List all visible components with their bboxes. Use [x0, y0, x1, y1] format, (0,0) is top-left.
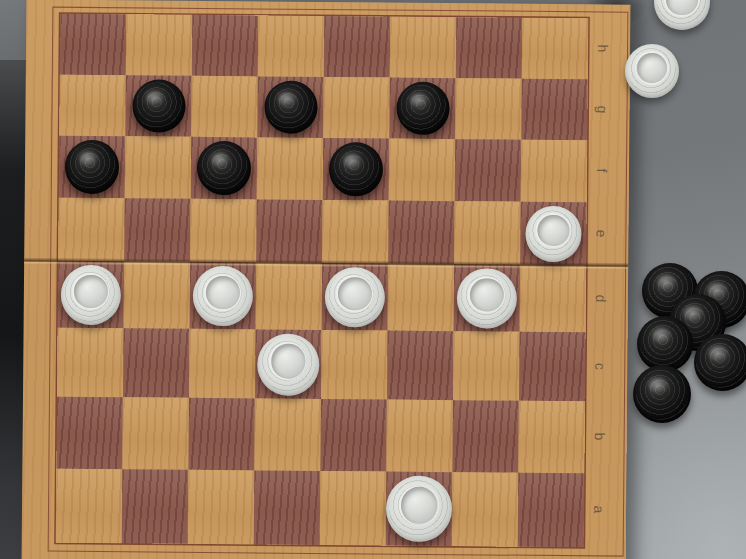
- square-h3[interactable]: [390, 17, 457, 79]
- square-b2[interactable]: [452, 400, 519, 473]
- square-f6[interactable]: [191, 137, 258, 200]
- white-checker[interactable]: [61, 264, 122, 325]
- rank-label-g: g: [594, 94, 610, 124]
- square-c1[interactable]: [519, 332, 586, 402]
- square-b1[interactable]: [518, 401, 585, 474]
- square-h1[interactable]: [522, 18, 589, 80]
- black-checker[interactable]: [264, 80, 317, 133]
- square-e4[interactable]: [322, 200, 389, 264]
- square-h6[interactable]: [192, 15, 259, 77]
- black-checker[interactable]: [65, 140, 119, 194]
- off-board-white-checker[interactable]: [654, 0, 710, 30]
- square-g7[interactable]: [125, 75, 192, 137]
- square-c6[interactable]: [189, 329, 256, 399]
- off-board-black-checker[interactable]: [637, 316, 693, 372]
- square-a3[interactable]: [386, 472, 453, 547]
- square-d6[interactable]: [190, 262, 257, 330]
- square-f3[interactable]: [389, 139, 456, 202]
- square-a2[interactable]: [452, 472, 519, 547]
- white-checker[interactable]: [457, 268, 518, 329]
- square-d8[interactable]: [58, 261, 125, 329]
- white-checker[interactable]: [386, 476, 453, 543]
- square-c3[interactable]: [387, 331, 454, 401]
- square-h5[interactable]: [258, 15, 325, 77]
- rank-label-d: d: [593, 283, 609, 313]
- black-checker[interactable]: [329, 142, 383, 196]
- white-checker[interactable]: [193, 265, 254, 326]
- square-f2[interactable]: [455, 139, 522, 202]
- square-b7[interactable]: [122, 397, 189, 470]
- square-b8[interactable]: [56, 397, 123, 470]
- square-g4[interactable]: [323, 77, 390, 139]
- square-a6[interactable]: [188, 470, 255, 545]
- square-c5[interactable]: [255, 329, 322, 399]
- square-g1[interactable]: [521, 79, 588, 141]
- square-d7[interactable]: [124, 261, 191, 329]
- off-board-white-checker[interactable]: [625, 44, 679, 98]
- board-grid: [56, 14, 589, 548]
- square-c2[interactable]: [453, 331, 520, 401]
- rank-labels: hgfedcba: [584, 18, 619, 547]
- square-e2[interactable]: [454, 201, 521, 265]
- rank-label-c: c: [592, 351, 608, 381]
- square-b6[interactable]: [188, 398, 255, 471]
- square-c4[interactable]: [321, 330, 388, 400]
- black-checker[interactable]: [197, 141, 251, 195]
- square-d4[interactable]: [322, 263, 389, 331]
- square-a8[interactable]: [56, 469, 123, 544]
- square-b3[interactable]: [386, 400, 453, 473]
- square-f1[interactable]: [521, 140, 588, 203]
- square-h4[interactable]: [324, 16, 391, 78]
- square-f5[interactable]: [257, 137, 324, 200]
- table-surface: hgfedcba: [0, 0, 746, 559]
- square-f8[interactable]: [59, 136, 126, 199]
- square-e5[interactable]: [256, 199, 323, 263]
- square-b5[interactable]: [254, 398, 321, 471]
- square-h2[interactable]: [456, 17, 523, 79]
- square-b4[interactable]: [320, 399, 387, 472]
- square-g2[interactable]: [455, 78, 522, 140]
- square-f4[interactable]: [323, 138, 390, 201]
- black-checker[interactable]: [132, 79, 185, 132]
- square-a1[interactable]: [518, 473, 585, 548]
- square-e7[interactable]: [124, 198, 191, 262]
- square-c7[interactable]: [123, 328, 190, 398]
- square-a7[interactable]: [122, 469, 189, 544]
- square-e3[interactable]: [388, 201, 455, 265]
- square-d1[interactable]: [520, 265, 587, 333]
- white-checker[interactable]: [525, 205, 581, 261]
- square-f7[interactable]: [125, 136, 192, 199]
- square-g3[interactable]: [389, 78, 456, 140]
- square-h7[interactable]: [126, 14, 193, 76]
- square-c8[interactable]: [57, 328, 124, 398]
- square-e1[interactable]: [520, 202, 587, 266]
- rank-label-f: f: [594, 155, 610, 185]
- rank-label-b: b: [592, 421, 608, 451]
- white-checker[interactable]: [325, 267, 386, 328]
- square-g5[interactable]: [257, 76, 324, 138]
- square-e6[interactable]: [190, 199, 257, 263]
- off-board-black-checker[interactable]: [694, 334, 746, 391]
- rank-label-e: e: [593, 218, 609, 248]
- square-e8[interactable]: [58, 198, 125, 262]
- off-board-black-checker[interactable]: [633, 365, 691, 423]
- square-h8[interactable]: [60, 14, 127, 76]
- square-d3[interactable]: [388, 264, 455, 332]
- checkers-board: hgfedcba: [21, 0, 630, 559]
- square-g6[interactable]: [191, 76, 258, 138]
- rank-label-a: a: [591, 494, 607, 524]
- square-d5[interactable]: [256, 262, 323, 330]
- square-d2[interactable]: [454, 264, 521, 332]
- square-g8[interactable]: [59, 75, 126, 137]
- black-checker[interactable]: [396, 82, 449, 135]
- white-checker[interactable]: [257, 333, 320, 396]
- square-a4[interactable]: [320, 471, 387, 546]
- square-a5[interactable]: [254, 470, 321, 545]
- rank-label-h: h: [595, 33, 611, 63]
